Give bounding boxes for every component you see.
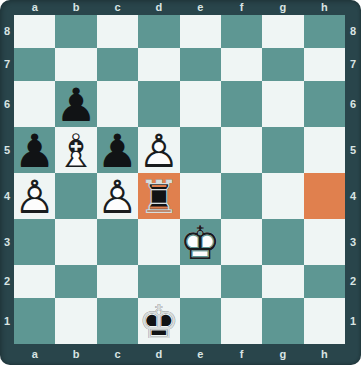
- piece-white-king[interactable]: ♚♔: [180, 219, 221, 265]
- square-h1[interactable]: [304, 298, 345, 344]
- square-h3[interactable]: [304, 219, 345, 265]
- black-pawn-glyph: ♟: [97, 128, 138, 174]
- square-g1[interactable]: [262, 298, 303, 344]
- square-e2[interactable]: [180, 265, 221, 298]
- square-c1[interactable]: [97, 298, 138, 344]
- square-d5[interactable]: ♟♙: [138, 127, 179, 173]
- square-h4[interactable]: [304, 173, 345, 219]
- file-label-bottom-h: h: [304, 344, 345, 365]
- rank-label-left-5: 5: [0, 127, 14, 173]
- file-label-top-h: h: [304, 0, 345, 15]
- black-pawn-glyph: ♟: [55, 82, 96, 128]
- white-king-outline-glyph: ♔: [180, 220, 221, 266]
- square-c5[interactable]: ♟: [97, 127, 138, 173]
- square-c3[interactable]: [97, 219, 138, 265]
- file-label-bottom-c: c: [97, 344, 138, 365]
- white-pawn-outline-glyph: ♙: [138, 128, 179, 174]
- square-f7[interactable]: [221, 48, 262, 81]
- square-e4[interactable]: [180, 173, 221, 219]
- square-a2[interactable]: [14, 265, 55, 298]
- white-king-glyph: ♚: [180, 220, 221, 266]
- square-b8[interactable]: [55, 15, 96, 48]
- rank-label-left-4: 4: [0, 173, 14, 219]
- square-d1[interactable]: ♚♔: [138, 298, 179, 344]
- file-label-bottom-e: e: [180, 344, 221, 365]
- square-h7[interactable]: [304, 48, 345, 81]
- square-a5[interactable]: ♟: [14, 127, 55, 173]
- square-f1[interactable]: [221, 298, 262, 344]
- square-g2[interactable]: [262, 265, 303, 298]
- square-h2[interactable]: [304, 265, 345, 298]
- square-c8[interactable]: [97, 15, 138, 48]
- square-a8[interactable]: [14, 15, 55, 48]
- piece-black-pawn[interactable]: ♟: [97, 127, 138, 173]
- file-label-bottom-g: g: [262, 344, 303, 365]
- square-g3[interactable]: [262, 219, 303, 265]
- file-label-top-c: c: [97, 0, 138, 15]
- square-c2[interactable]: [97, 265, 138, 298]
- white-pawn-glyph: ♟: [14, 174, 55, 220]
- square-a7[interactable]: [14, 48, 55, 81]
- black-rook-outline-glyph: ♖: [138, 174, 179, 220]
- square-b1[interactable]: [55, 298, 96, 344]
- square-b4[interactable]: [55, 173, 96, 219]
- square-e6[interactable]: [180, 81, 221, 127]
- white-bishop-glyph: ♝: [55, 128, 96, 174]
- rank-label-right-5: 5: [345, 127, 361, 173]
- white-pawn-glyph: ♟: [97, 174, 138, 220]
- rank-label-right-1: 1: [345, 298, 361, 344]
- square-d3[interactable]: [138, 219, 179, 265]
- file-label-bottom-d: d: [138, 344, 179, 365]
- square-f2[interactable]: [221, 265, 262, 298]
- square-f5[interactable]: [221, 127, 262, 173]
- piece-black-rook[interactable]: ♜♖: [138, 173, 179, 219]
- square-b7[interactable]: [55, 48, 96, 81]
- board-frame: aabbccddeeffgghh8877665544332211♟♟♝♗♟♟♙♟…: [0, 0, 361, 365]
- file-label-bottom-a: a: [14, 344, 55, 365]
- square-c6[interactable]: [97, 81, 138, 127]
- square-e7[interactable]: [180, 48, 221, 81]
- square-f8[interactable]: [221, 15, 262, 48]
- piece-white-pawn[interactable]: ♟♙: [138, 127, 179, 173]
- rank-label-left-6: 6: [0, 81, 14, 127]
- piece-white-bishop[interactable]: ♝♗: [55, 127, 96, 173]
- piece-white-pawn[interactable]: ♟♙: [97, 173, 138, 219]
- square-c4[interactable]: ♟♙: [97, 173, 138, 219]
- file-label-top-d: d: [138, 0, 179, 15]
- black-king-glyph: ♚: [138, 299, 179, 345]
- rank-label-left-3: 3: [0, 219, 14, 265]
- square-e8[interactable]: [180, 15, 221, 48]
- square-g4[interactable]: [262, 173, 303, 219]
- file-label-bottom-b: b: [55, 344, 96, 365]
- square-f6[interactable]: [221, 81, 262, 127]
- file-label-top-b: b: [55, 0, 96, 15]
- square-e1[interactable]: [180, 298, 221, 344]
- rank-label-left-2: 2: [0, 265, 14, 298]
- square-f4[interactable]: [221, 173, 262, 219]
- file-label-top-a: a: [14, 0, 55, 15]
- square-h8[interactable]: [304, 15, 345, 48]
- white-bishop-outline-glyph: ♗: [55, 128, 96, 174]
- rank-label-right-4: 4: [345, 173, 361, 219]
- white-pawn-glyph: ♟: [138, 128, 179, 174]
- rank-label-left-8: 8: [0, 15, 14, 48]
- square-b3[interactable]: [55, 219, 96, 265]
- white-pawn-outline-glyph: ♙: [14, 174, 55, 220]
- square-g6[interactable]: [262, 81, 303, 127]
- square-e3[interactable]: ♚♔: [180, 219, 221, 265]
- square-a3[interactable]: [14, 219, 55, 265]
- chess-board-widget: aabbccddeeffgghh8877665544332211♟♟♝♗♟♟♙♟…: [0, 0, 361, 365]
- square-d4[interactable]: ♜♖: [138, 173, 179, 219]
- file-label-top-f: f: [221, 0, 262, 15]
- square-d2[interactable]: [138, 265, 179, 298]
- white-pawn-outline-glyph: ♙: [97, 174, 138, 220]
- square-f3[interactable]: [221, 219, 262, 265]
- file-label-top-g: g: [262, 0, 303, 15]
- square-g7[interactable]: [262, 48, 303, 81]
- rank-label-right-7: 7: [345, 48, 361, 81]
- rank-label-right-2: 2: [345, 265, 361, 298]
- square-e5[interactable]: [180, 127, 221, 173]
- square-g8[interactable]: [262, 15, 303, 48]
- black-king-outline-glyph: ♔: [138, 299, 179, 345]
- square-b2[interactable]: [55, 265, 96, 298]
- piece-black-pawn[interactable]: ♟: [14, 127, 55, 173]
- piece-white-pawn[interactable]: ♟♙: [14, 173, 55, 219]
- rank-label-right-8: 8: [345, 15, 361, 48]
- square-d8[interactable]: [138, 15, 179, 48]
- piece-black-pawn[interactable]: ♟: [55, 81, 96, 127]
- square-g5[interactable]: [262, 127, 303, 173]
- rank-label-left-1: 1: [0, 298, 14, 344]
- black-rook-glyph: ♜: [138, 174, 179, 220]
- square-h6[interactable]: [304, 81, 345, 127]
- square-b6[interactable]: ♟: [55, 81, 96, 127]
- rank-label-right-6: 6: [345, 81, 361, 127]
- file-label-top-e: e: [180, 0, 221, 15]
- black-pawn-glyph: ♟: [14, 128, 55, 174]
- square-a6[interactable]: [14, 81, 55, 127]
- square-a1[interactable]: [14, 298, 55, 344]
- square-d6[interactable]: [138, 81, 179, 127]
- piece-black-king[interactable]: ♚♔: [138, 298, 179, 344]
- square-c7[interactable]: [97, 48, 138, 81]
- square-b5[interactable]: ♝♗: [55, 127, 96, 173]
- square-d7[interactable]: [138, 48, 179, 81]
- square-a4[interactable]: ♟♙: [14, 173, 55, 219]
- rank-label-left-7: 7: [0, 48, 14, 81]
- square-h5[interactable]: [304, 127, 345, 173]
- file-label-bottom-f: f: [221, 344, 262, 365]
- rank-label-right-3: 3: [345, 219, 361, 265]
